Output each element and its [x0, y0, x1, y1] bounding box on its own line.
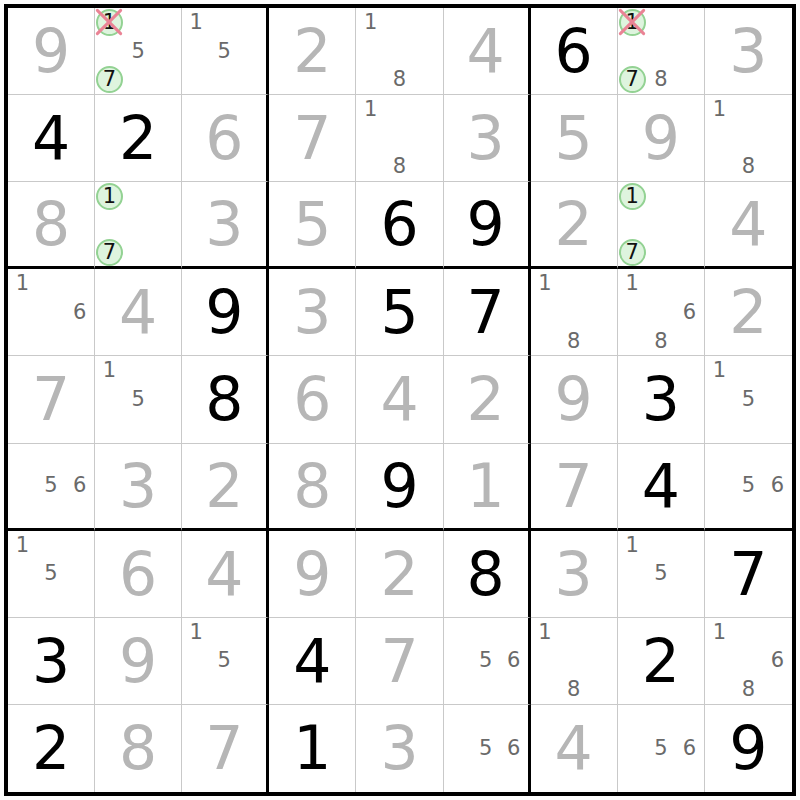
given-digit: 7: [293, 108, 331, 168]
candidate-6[interactable]: 6: [507, 738, 520, 759]
candidate-slot-7: [444, 763, 472, 792]
candidate-slot-4: [356, 124, 385, 153]
candidate-1[interactable]: 1: [16, 273, 29, 294]
cell-r1c6[interactable]: 4: [444, 8, 531, 95]
candidate-slot-1: 1: [356, 95, 385, 124]
given-digit: 4: [729, 194, 767, 254]
cell-r4c5[interactable]: 5: [356, 269, 443, 356]
candidate-slot-7: 7: [618, 65, 647, 94]
cell-r8c4[interactable]: 4: [269, 618, 356, 705]
cell-r9c4[interactable]: 1: [269, 705, 356, 792]
cell-r5c2[interactable]: 15: [95, 356, 182, 443]
solved-digit: 8: [467, 544, 505, 604]
cell-r3c3[interactable]: 3: [182, 182, 269, 269]
candidate-slot-4: [618, 210, 647, 238]
cell-r9c9[interactable]: 9: [705, 705, 792, 792]
candidate-slot-8: 8: [646, 65, 675, 94]
candidate-slot-4: [618, 37, 647, 66]
candidate-6[interactable]: 6: [771, 475, 784, 496]
candidate-slot-3: [500, 705, 528, 734]
candidate-slot-9: [238, 675, 266, 704]
cell-r5c5[interactable]: 4: [356, 356, 443, 443]
cell-r3c8[interactable]: 17: [618, 182, 705, 269]
candidate-1[interactable]: 1: [364, 12, 377, 33]
candidate-slot-9: [675, 65, 704, 94]
cell-r1c1[interactable]: 9: [8, 8, 95, 95]
candidate-grid: 18: [356, 95, 442, 181]
cell-r6c6[interactable]: 1: [444, 444, 531, 531]
cell-r4c1[interactable]: 16: [8, 269, 95, 356]
candidate-slot-6: [675, 210, 704, 238]
cell-r2c4[interactable]: 7: [269, 95, 356, 182]
candidate-slot-4: [444, 646, 472, 675]
candidate-slot-8: 8: [559, 327, 588, 356]
candidate-1[interactable]: 1: [190, 622, 203, 643]
candidate-grid: 15: [618, 531, 704, 617]
candidate-1[interactable]: 1: [625, 273, 638, 294]
candidate-slot-1: [8, 444, 37, 472]
candidate-slot-2: [734, 444, 763, 472]
candidate-slot-2: [646, 705, 675, 734]
candidate-slot-7: [618, 588, 647, 617]
cell-r3c9[interactable]: 4: [705, 182, 792, 269]
cell-r1c4[interactable]: 2: [269, 8, 356, 95]
solved-digit: 9: [467, 194, 505, 254]
cell-r1c3[interactable]: 15: [182, 8, 269, 95]
cell-r3c4[interactable]: 5: [269, 182, 356, 269]
candidate-slot-5: [646, 37, 675, 66]
given-digit: 8: [119, 718, 157, 778]
candidate-slot-4: [705, 124, 734, 153]
solved-digit: 4: [642, 456, 680, 516]
candidate-5[interactable]: 5: [742, 475, 755, 496]
candidate-slot-6: [153, 37, 182, 66]
candidate-slot-9: [153, 238, 182, 266]
candidate-5[interactable]: 5: [131, 41, 144, 62]
candidate-slot-4: [705, 472, 734, 500]
solved-digit: 7: [467, 282, 505, 342]
candidate-1-circle[interactable]: 1: [619, 183, 646, 210]
candidate-slot-1: [444, 618, 472, 647]
candidate-slot-9: [153, 414, 182, 443]
candidate-slot-2: [559, 269, 588, 298]
candidate-5[interactable]: 5: [218, 41, 231, 62]
candidate-slot-3: [588, 618, 617, 647]
candidate-slot-6: [588, 646, 617, 675]
cell-r7c7[interactable]: 3: [531, 531, 618, 618]
candidate-slot-3: [763, 95, 792, 124]
given-digit: 2: [467, 369, 505, 429]
candidate-grid: 17: [618, 182, 704, 266]
candidate-slot-4: [618, 734, 647, 763]
candidate-grid: 15: [705, 356, 792, 442]
candidate-slot-6: [763, 124, 792, 153]
cell-r6c2[interactable]: 3: [95, 444, 182, 531]
candidate-slot-4: [8, 559, 37, 588]
cell-r4c2[interactable]: 4: [95, 269, 182, 356]
solved-digit: 7: [729, 544, 767, 604]
candidate-slot-6: 6: [500, 646, 528, 675]
candidate-slot-8: [124, 238, 153, 266]
cell-r1c5[interactable]: 18: [356, 8, 443, 95]
cell-r3c5[interactable]: 6: [356, 182, 443, 269]
candidate-5[interactable]: 5: [654, 738, 667, 759]
candidate-slot-5: [385, 124, 414, 153]
candidate-slot-2: [37, 269, 66, 298]
cell-r9c5[interactable]: 3: [356, 705, 443, 792]
candidate-1-circle-x[interactable]: 1: [96, 9, 123, 36]
candidate-7-circle[interactable]: 7: [96, 239, 123, 266]
candidate-1[interactable]: 1: [713, 99, 726, 120]
cell-r7c1[interactable]: 15: [8, 531, 95, 618]
cell-r7c3[interactable]: 4: [182, 531, 269, 618]
given-digit: 4: [467, 21, 505, 81]
candidate-slot-6: [153, 210, 182, 238]
solved-digit: 2: [32, 718, 70, 778]
cell-r7c8[interactable]: 15: [618, 531, 705, 618]
candidate-slot-4: [705, 385, 734, 414]
cell-r6c1[interactable]: 56: [8, 444, 95, 531]
candidate-slot-6: [414, 37, 443, 66]
candidate-8[interactable]: 8: [742, 679, 755, 700]
cell-r7c4[interactable]: 9: [269, 531, 356, 618]
given-digit: 6: [119, 544, 157, 604]
candidate-slot-3: [763, 444, 792, 472]
candidate-slot-9: [414, 153, 443, 182]
cell-r9c3[interactable]: 7: [182, 705, 269, 792]
cell-r3c2[interactable]: 17: [95, 182, 182, 269]
candidate-slot-9: [500, 675, 528, 704]
cell-r4c7[interactable]: 18: [531, 269, 618, 356]
candidate-slot-4: [531, 646, 560, 675]
cell-r9c8[interactable]: 56: [618, 705, 705, 792]
candidate-1[interactable]: 1: [538, 273, 551, 294]
cell-r6c9[interactable]: 56: [705, 444, 792, 531]
candidate-slot-2: [559, 618, 588, 647]
cell-r2c6[interactable]: 3: [444, 95, 531, 182]
candidate-slot-4: [95, 210, 124, 238]
candidate-grid: 15: [182, 618, 266, 704]
candidate-slot-2: [646, 8, 675, 37]
candidate-slot-1: 1: [356, 8, 385, 37]
cell-r1c8[interactable]: 178: [618, 8, 705, 95]
candidate-grid: 56: [8, 444, 94, 528]
cell-r7c2[interactable]: 6: [95, 531, 182, 618]
candidate-slot-8: [734, 414, 763, 443]
candidate-8[interactable]: 8: [567, 679, 580, 700]
given-digit: 2: [555, 194, 593, 254]
candidate-slot-7: [356, 153, 385, 182]
candidate-6[interactable]: 6: [73, 475, 86, 496]
solved-digit: 4: [32, 108, 70, 168]
candidate-grid: 15: [95, 356, 181, 442]
candidate-slot-8: 8: [734, 153, 763, 182]
candidate-slot-7: [182, 675, 210, 704]
candidate-slot-4: [531, 298, 560, 327]
candidate-7-circle[interactable]: 7: [96, 66, 123, 93]
candidate-1[interactable]: 1: [103, 360, 116, 381]
candidate-slot-6: [153, 385, 182, 414]
cell-r4c6[interactable]: 7: [444, 269, 531, 356]
candidate-slot-2: [646, 269, 675, 298]
cell-r8c9[interactable]: 168: [705, 618, 792, 705]
candidate-slot-1: 1: [95, 356, 124, 385]
candidate-slot-1: 1: [8, 269, 37, 298]
given-digit: 4: [205, 544, 243, 604]
candidate-slot-7: 7: [618, 238, 647, 266]
candidate-5[interactable]: 5: [44, 563, 57, 584]
given-digit: 3: [293, 282, 331, 342]
candidate-5[interactable]: 5: [44, 475, 57, 496]
candidate-slot-8: [646, 588, 675, 617]
candidate-6[interactable]: 6: [771, 650, 784, 671]
candidate-5[interactable]: 5: [479, 650, 492, 671]
cell-r4c8[interactable]: 168: [618, 269, 705, 356]
cell-r4c9[interactable]: 2: [705, 269, 792, 356]
candidate-1[interactable]: 1: [625, 535, 638, 556]
candidate-5[interactable]: 5: [131, 389, 144, 410]
candidate-1[interactable]: 1: [190, 12, 203, 33]
given-digit: 4: [380, 369, 418, 429]
candidate-slot-3: [65, 269, 94, 298]
candidate-slot-8: 8: [734, 675, 763, 704]
candidate-slot-3: [763, 356, 792, 385]
cell-r3c7[interactable]: 2: [531, 182, 618, 269]
candidate-slot-3: [238, 8, 266, 37]
candidate-slot-2: [124, 356, 153, 385]
cell-r5c7[interactable]: 9: [531, 356, 618, 443]
sudoku-board: 9157152184617834267183591881735692174164…: [4, 4, 796, 796]
cell-r6c3[interactable]: 2: [182, 444, 269, 531]
candidate-6[interactable]: 6: [683, 302, 696, 323]
candidate-slot-3: [153, 8, 182, 37]
candidate-slot-6: 6: [763, 646, 792, 675]
cell-r7c6[interactable]: 8: [444, 531, 531, 618]
cell-r2c9[interactable]: 18: [705, 95, 792, 182]
given-digit: 7: [555, 456, 593, 516]
candidate-slot-4: [95, 385, 124, 414]
candidate-slot-7: [8, 327, 37, 356]
candidate-6[interactable]: 6: [507, 650, 520, 671]
cell-r8c2[interactable]: 9: [95, 618, 182, 705]
candidate-7-circle[interactable]: 7: [619, 66, 646, 93]
candidate-slot-9: [414, 65, 443, 94]
solved-digit: 2: [642, 631, 680, 691]
given-digit: 3: [119, 456, 157, 516]
solved-digit: 6: [380, 194, 418, 254]
candidate-slot-3: [675, 269, 704, 298]
candidate-8[interactable]: 8: [393, 69, 406, 90]
given-digit: 9: [293, 544, 331, 604]
candidate-slot-1: 1: [182, 618, 210, 647]
candidate-8[interactable]: 8: [567, 331, 580, 352]
candidate-slot-9: [675, 327, 704, 356]
given-digit: 3: [380, 718, 418, 778]
given-digit: 2: [293, 21, 331, 81]
cell-r5c3[interactable]: 8: [182, 356, 269, 443]
candidate-slot-1: 1: [95, 182, 124, 210]
candidate-1[interactable]: 1: [364, 99, 377, 120]
candidate-1[interactable]: 1: [713, 360, 726, 381]
candidate-slot-6: 6: [675, 298, 704, 327]
cell-r2c1[interactable]: 4: [8, 95, 95, 182]
candidate-slot-8: [37, 588, 66, 617]
candidate-slot-8: [37, 500, 66, 528]
cell-r1c2[interactable]: 157: [95, 8, 182, 95]
cell-r7c5[interactable]: 2: [356, 531, 443, 618]
candidate-slot-1: [618, 705, 647, 734]
candidate-1-circle-x[interactable]: 1: [619, 9, 646, 36]
candidate-8[interactable]: 8: [393, 156, 406, 177]
candidate-slot-7: [531, 327, 560, 356]
candidate-slot-1: 1: [182, 8, 210, 37]
candidate-slot-2: [734, 356, 763, 385]
candidate-slot-6: 6: [65, 472, 94, 500]
cell-r1c7[interactable]: 6: [531, 8, 618, 95]
cell-r1c9[interactable]: 3: [705, 8, 792, 95]
candidate-slot-5: [734, 124, 763, 153]
cell-r3c6[interactable]: 9: [444, 182, 531, 269]
candidate-slot-5: 5: [37, 472, 66, 500]
cell-r2c8[interactable]: 9: [618, 95, 705, 182]
candidate-slot-5: 5: [37, 559, 66, 588]
cell-r9c1[interactable]: 2: [8, 705, 95, 792]
cell-r6c5[interactable]: 9: [356, 444, 443, 531]
candidate-5[interactable]: 5: [654, 563, 667, 584]
given-digit: 3: [729, 21, 767, 81]
solved-digit: 6: [555, 21, 593, 81]
candidate-slot-2: [210, 618, 238, 647]
candidate-slot-5: [37, 298, 66, 327]
candidate-8[interactable]: 8: [654, 331, 667, 352]
cell-r9c6[interactable]: 56: [444, 705, 531, 792]
candidate-slot-1: [444, 705, 472, 734]
candidate-7-circle[interactable]: 7: [619, 239, 646, 266]
candidate-1[interactable]: 1: [538, 622, 551, 643]
candidate-slot-5: 5: [734, 472, 763, 500]
cell-r8c3[interactable]: 15: [182, 618, 269, 705]
candidate-slot-7: [444, 675, 472, 704]
candidate-slot-8: [646, 763, 675, 792]
candidate-slot-7: [8, 588, 37, 617]
candidate-slot-4: [356, 37, 385, 66]
cell-r4c3[interactable]: 9: [182, 269, 269, 356]
candidate-slot-1: 1: [8, 531, 37, 560]
candidate-slot-6: 6: [500, 734, 528, 763]
candidate-slot-1: 1: [618, 8, 647, 37]
candidate-slot-9: [238, 65, 266, 94]
cell-r3c1[interactable]: 8: [8, 182, 95, 269]
candidate-slot-1: 1: [618, 182, 647, 210]
cell-r8c1[interactable]: 3: [8, 618, 95, 705]
candidate-slot-6: [588, 298, 617, 327]
candidate-slot-3: [675, 705, 704, 734]
solved-digit: 4: [293, 631, 331, 691]
given-digit: 3: [555, 544, 593, 604]
candidate-slot-6: [238, 646, 266, 675]
cell-r5c6[interactable]: 2: [444, 356, 531, 443]
candidate-slot-4: [95, 37, 124, 66]
candidate-8[interactable]: 8: [742, 156, 755, 177]
candidate-slot-9: [65, 327, 94, 356]
given-digit: 9: [32, 21, 70, 81]
cell-r2c3[interactable]: 6: [182, 95, 269, 182]
candidate-slot-9: [65, 588, 94, 617]
candidate-5[interactable]: 5: [218, 650, 231, 671]
solved-digit: 9: [729, 718, 767, 778]
cell-r6c4[interactable]: 8: [269, 444, 356, 531]
cell-r5c9[interactable]: 15: [705, 356, 792, 443]
cell-r2c5[interactable]: 18: [356, 95, 443, 182]
cell-r5c4[interactable]: 6: [269, 356, 356, 443]
candidate-slot-3: [675, 531, 704, 560]
candidate-slot-6: [763, 385, 792, 414]
given-digit: 2: [729, 282, 767, 342]
candidate-6[interactable]: 6: [683, 738, 696, 759]
cell-r2c2[interactable]: 2: [95, 95, 182, 182]
candidate-1-circle[interactable]: 1: [96, 183, 123, 210]
candidate-slot-6: 6: [763, 472, 792, 500]
candidate-1[interactable]: 1: [713, 622, 726, 643]
given-digit: 2: [205, 456, 243, 516]
candidate-slot-6: [238, 37, 266, 66]
candidate-slot-2: [646, 531, 675, 560]
cell-r9c7[interactable]: 4: [531, 705, 618, 792]
candidate-1[interactable]: 1: [16, 535, 29, 556]
candidate-grid: 157: [95, 8, 181, 94]
cell-r8c5[interactable]: 7: [356, 618, 443, 705]
cell-r6c8[interactable]: 4: [618, 444, 705, 531]
candidate-slot-9: [763, 675, 792, 704]
given-digit: 7: [380, 631, 418, 691]
candidate-grid: 15: [8, 531, 94, 617]
candidate-5[interactable]: 5: [742, 389, 755, 410]
candidate-slot-2: [37, 444, 66, 472]
candidate-slot-7: 7: [95, 65, 124, 94]
cell-r8c7[interactable]: 18: [531, 618, 618, 705]
cell-r5c8[interactable]: 3: [618, 356, 705, 443]
cell-r7c9[interactable]: 7: [705, 531, 792, 618]
candidate-grid: 18: [531, 269, 617, 355]
candidate-slot-7: [705, 500, 734, 528]
cell-r9c2[interactable]: 8: [95, 705, 182, 792]
candidate-slot-4: [618, 298, 647, 327]
cell-r4c4[interactable]: 3: [269, 269, 356, 356]
candidate-slot-5: 5: [124, 385, 153, 414]
candidate-grid: 18: [705, 95, 792, 181]
cell-r8c6[interactable]: 56: [444, 618, 531, 705]
solved-digit: 3: [32, 631, 70, 691]
candidate-6[interactable]: 6: [73, 302, 86, 323]
candidate-slot-2: [472, 705, 500, 734]
given-digit: 7: [205, 718, 243, 778]
cell-r2c7[interactable]: 5: [531, 95, 618, 182]
candidate-5[interactable]: 5: [479, 738, 492, 759]
given-digit: 4: [119, 282, 157, 342]
cell-r6c7[interactable]: 7: [531, 444, 618, 531]
candidate-8[interactable]: 8: [654, 69, 667, 90]
given-digit: 9: [119, 631, 157, 691]
candidate-slot-7: [8, 500, 37, 528]
candidate-slot-4: [705, 646, 734, 675]
cell-r8c8[interactable]: 2: [618, 618, 705, 705]
candidate-slot-1: 1: [705, 95, 734, 124]
candidate-slot-8: [210, 675, 238, 704]
candidate-slot-5: [559, 646, 588, 675]
cell-r5c1[interactable]: 7: [8, 356, 95, 443]
candidate-grid: 56: [444, 705, 528, 792]
candidate-grid: 16: [8, 269, 94, 355]
